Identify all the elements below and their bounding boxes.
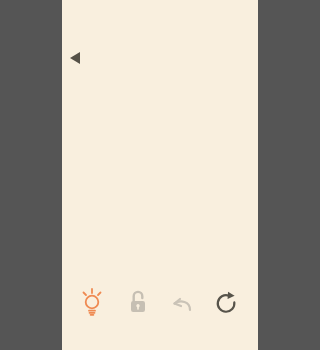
run-button[interactable]	[116, 286, 160, 319]
restart-circle-icon	[213, 286, 239, 318]
open-lock-icon	[125, 286, 151, 318]
game-screen	[62, 0, 258, 350]
undo-arrow-icon	[169, 286, 195, 318]
lightbulb-icon	[79, 286, 105, 318]
prev-level-arrow-icon[interactable]	[70, 52, 80, 64]
toolbar	[62, 286, 258, 350]
hint-button[interactable]	[70, 286, 114, 319]
undo-button[interactable]	[160, 286, 204, 318]
restart-button[interactable]	[199, 286, 253, 318]
counter-row	[62, 49, 258, 67]
